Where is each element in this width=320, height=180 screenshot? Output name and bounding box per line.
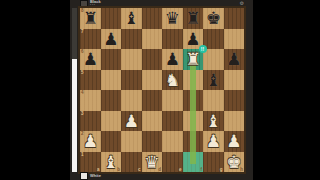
square-h7[interactable] (224, 29, 245, 50)
piece-white-rook[interactable]: ♜ (185, 49, 200, 69)
square-b7[interactable]: ♟ (101, 29, 122, 50)
square-c4[interactable] (121, 90, 142, 111)
piece-black-pawn[interactable]: ♟ (83, 49, 98, 69)
square-e6[interactable]: ♟ (162, 49, 183, 70)
square-e8[interactable]: ♛ (162, 8, 183, 29)
square-g3[interactable]: ♝ (203, 111, 224, 132)
square-d3[interactable] (142, 111, 163, 132)
square-h1[interactable]: h♚ (224, 152, 245, 173)
square-e1[interactable]: e (162, 152, 183, 173)
bottom-player-avatar[interactable] (80, 172, 88, 180)
square-h4[interactable] (224, 90, 245, 111)
bottom-player-bar: White (70, 172, 253, 180)
square-b5[interactable] (101, 70, 122, 91)
square-f8[interactable]: ♜ (183, 8, 204, 29)
piece-black-rook[interactable]: ♜ (83, 8, 98, 28)
square-c7[interactable] (121, 29, 142, 50)
square-d4[interactable] (142, 90, 163, 111)
square-h2[interactable]: ♟ (224, 131, 245, 152)
square-b3[interactable] (101, 111, 122, 132)
piece-black-bishop[interactable]: ♝ (206, 70, 221, 90)
board-frame: 8♜♝♛♜♚7♟♟6♟♟♜♟5♞♝43♟♝2♟♟♟1ab♝cd♛efgh♚ !! (78, 6, 246, 174)
square-d7[interactable] (142, 29, 163, 50)
piece-white-pawn[interactable]: ♟ (124, 111, 139, 131)
square-d2[interactable] (142, 131, 163, 152)
square-d6[interactable] (142, 49, 163, 70)
square-b2[interactable] (101, 131, 122, 152)
rank-coordinate: 1 (81, 152, 84, 157)
square-g8[interactable]: ♚ (203, 8, 224, 29)
square-b8[interactable] (101, 8, 122, 29)
piece-black-pawn[interactable]: ♟ (226, 49, 241, 69)
rank-coordinate: 5 (81, 70, 84, 75)
square-d1[interactable]: d♛ (142, 152, 163, 173)
app-window: Black • • • ⚙ 8♜♝♛♜♚7♟♟6♟♟♜♟5♞♝43♟♝2♟♟♟1… (0, 0, 320, 180)
square-g1[interactable]: g (203, 152, 224, 173)
move-arrow (190, 59, 196, 164)
piece-white-queen[interactable]: ♛ (144, 152, 159, 172)
piece-white-king[interactable]: ♚ (226, 152, 241, 172)
square-h8[interactable] (224, 8, 245, 29)
square-e7[interactable] (162, 29, 183, 50)
square-c1[interactable]: c (121, 152, 142, 173)
file-coordinate: g (220, 167, 223, 172)
piece-black-pawn[interactable]: ♟ (103, 29, 118, 49)
square-e4[interactable] (162, 90, 183, 111)
piece-black-rook[interactable]: ♜ (185, 8, 200, 28)
bottom-player-info: White (90, 174, 101, 178)
square-a8[interactable]: 8♜ (80, 8, 101, 29)
rank-coordinate: 3 (81, 111, 84, 116)
square-c3[interactable]: ♟ (121, 111, 142, 132)
square-e5[interactable]: ♞ (162, 70, 183, 91)
square-a2[interactable]: 2♟ (80, 131, 101, 152)
square-b4[interactable] (101, 90, 122, 111)
piece-white-pawn[interactable]: ♟ (83, 131, 98, 151)
square-a6[interactable]: 6♟ (80, 49, 101, 70)
brilliant-move-badge: !! (199, 45, 207, 53)
square-b1[interactable]: b♝ (101, 152, 122, 173)
square-d5[interactable] (142, 70, 163, 91)
square-e3[interactable] (162, 111, 183, 132)
square-d8[interactable] (142, 8, 163, 29)
square-e2[interactable] (162, 131, 183, 152)
rank-coordinate: 4 (81, 90, 84, 95)
file-coordinate: c (138, 167, 141, 172)
piece-white-pawn[interactable]: ♟ (206, 131, 221, 151)
file-coordinate: a (97, 167, 100, 172)
square-c8[interactable]: ♝ (121, 8, 142, 29)
piece-white-bishop[interactable]: ♝ (206, 111, 221, 131)
piece-black-pawn[interactable]: ♟ (185, 29, 200, 49)
piece-black-pawn[interactable]: ♟ (165, 49, 180, 69)
rank-coordinate: 7 (81, 29, 84, 34)
chess-board: 8♜♝♛♜♚7♟♟6♟♟♜♟5♞♝43♟♝2♟♟♟1ab♝cd♛efgh♚ (80, 8, 244, 172)
piece-black-queen[interactable]: ♛ (165, 8, 180, 28)
piece-black-king[interactable]: ♚ (206, 8, 221, 28)
square-b6[interactable] (101, 49, 122, 70)
square-a7[interactable]: 7 (80, 29, 101, 50)
board-panel: Black • • • ⚙ 8♜♝♛♜♚7♟♟6♟♟♜♟5♞♝43♟♝2♟♟♟1… (70, 0, 253, 180)
square-g6[interactable] (203, 49, 224, 70)
square-a1[interactable]: 1a (80, 152, 101, 173)
square-g4[interactable] (203, 90, 224, 111)
file-coordinate: f (201, 167, 203, 172)
square-g5[interactable]: ♝ (203, 70, 224, 91)
square-h6[interactable]: ♟ (224, 49, 245, 70)
piece-white-bishop[interactable]: ♝ (103, 152, 118, 172)
square-a5[interactable]: 5 (80, 70, 101, 91)
square-h3[interactable] (224, 111, 245, 132)
square-c6[interactable] (121, 49, 142, 70)
square-c5[interactable] (121, 70, 142, 91)
piece-black-bishop[interactable]: ♝ (124, 8, 139, 28)
evaluation-bar (72, 8, 77, 172)
piece-white-knight[interactable]: ♞ (165, 70, 180, 90)
file-coordinate: e (179, 167, 182, 172)
square-c2[interactable] (121, 131, 142, 152)
square-h5[interactable] (224, 70, 245, 91)
piece-white-pawn[interactable]: ♟ (226, 131, 241, 151)
square-a4[interactable]: 4 (80, 90, 101, 111)
evaluation-bar-white (72, 59, 77, 172)
square-a3[interactable]: 3 (80, 111, 101, 132)
square-g2[interactable]: ♟ (203, 131, 224, 152)
bottom-player-name[interactable]: White (90, 174, 101, 178)
